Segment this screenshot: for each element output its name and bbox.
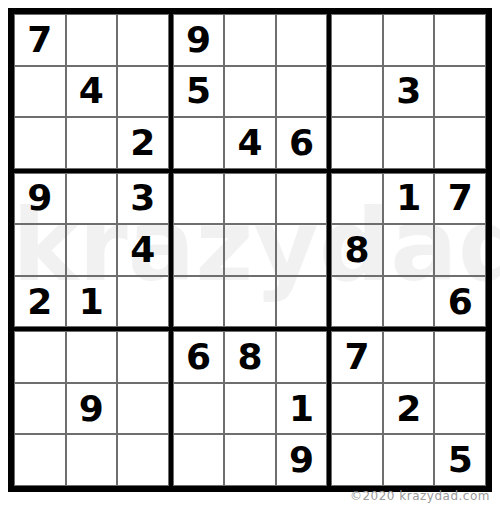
cell-r8c5[interactable]: [224, 383, 276, 435]
box-9: 725: [329, 329, 488, 488]
cell-r7c6[interactable]: [276, 331, 328, 383]
cell-r5c9[interactable]: [434, 224, 486, 276]
cell-r1c9[interactable]: [434, 14, 486, 66]
cell-r5c4[interactable]: [173, 224, 225, 276]
cell-r2c5[interactable]: [224, 66, 276, 118]
cell-r5c5[interactable]: [224, 224, 276, 276]
cell-r1c3[interactable]: [117, 14, 169, 66]
cell-r5c6[interactable]: [276, 224, 328, 276]
cell-r2c2[interactable]: 4: [66, 66, 118, 118]
cell-r3c2[interactable]: [66, 117, 118, 169]
box-5: [171, 171, 330, 330]
cell-r8c7[interactable]: [331, 383, 383, 435]
cell-r7c3[interactable]: [117, 331, 169, 383]
cell-r8c2[interactable]: 9: [66, 383, 118, 435]
cell-r6c7[interactable]: [331, 276, 383, 328]
cell-r4c8[interactable]: 1: [383, 173, 435, 225]
cell-r9c2[interactable]: [66, 434, 118, 486]
sudoku-board: krazydad 7429546393421178696819725: [8, 8, 492, 492]
cell-r5c1[interactable]: [14, 224, 66, 276]
cell-r4c5[interactable]: [224, 173, 276, 225]
cell-r9c7[interactable]: [331, 434, 383, 486]
cell-r3c1[interactable]: [14, 117, 66, 169]
cell-r4c9[interactable]: 7: [434, 173, 486, 225]
cell-r3c7[interactable]: [331, 117, 383, 169]
cell-r3c9[interactable]: [434, 117, 486, 169]
cell-r8c9[interactable]: [434, 383, 486, 435]
cell-r9c8[interactable]: [383, 434, 435, 486]
cell-r1c8[interactable]: [383, 14, 435, 66]
cell-r2c6[interactable]: [276, 66, 328, 118]
cell-r4c3[interactable]: 3: [117, 173, 169, 225]
cell-r4c2[interactable]: [66, 173, 118, 225]
cell-r6c8[interactable]: [383, 276, 435, 328]
cell-r9c9[interactable]: 5: [434, 434, 486, 486]
cell-r3c4[interactable]: [173, 117, 225, 169]
cell-r8c1[interactable]: [14, 383, 66, 435]
cell-r2c4[interactable]: 5: [173, 66, 225, 118]
cell-r6c5[interactable]: [224, 276, 276, 328]
cell-r7c8[interactable]: [383, 331, 435, 383]
cell-r9c4[interactable]: [173, 434, 225, 486]
cell-r7c1[interactable]: [14, 331, 66, 383]
cell-r8c6[interactable]: 1: [276, 383, 328, 435]
cell-r7c7[interactable]: 7: [331, 331, 383, 383]
cell-r4c1[interactable]: 9: [14, 173, 66, 225]
cell-r8c4[interactable]: [173, 383, 225, 435]
cell-r3c6[interactable]: 6: [276, 117, 328, 169]
cell-r5c7[interactable]: 8: [331, 224, 383, 276]
box-4: 93421: [12, 171, 171, 330]
cell-r6c3[interactable]: [117, 276, 169, 328]
cell-r7c9[interactable]: [434, 331, 486, 383]
cell-r3c3[interactable]: 2: [117, 117, 169, 169]
cell-r7c5[interactable]: 8: [224, 331, 276, 383]
cell-r1c4[interactable]: 9: [173, 14, 225, 66]
cell-r6c1[interactable]: 2: [14, 276, 66, 328]
cell-r4c6[interactable]: [276, 173, 328, 225]
cell-r6c9[interactable]: 6: [434, 276, 486, 328]
cell-r2c1[interactable]: [14, 66, 66, 118]
box-2: 9546: [171, 12, 330, 171]
cell-r6c4[interactable]: [173, 276, 225, 328]
box-6: 1786: [329, 171, 488, 330]
cell-r5c2[interactable]: [66, 224, 118, 276]
cell-r1c1[interactable]: 7: [14, 14, 66, 66]
cell-r5c8[interactable]: [383, 224, 435, 276]
cell-r2c8[interactable]: 3: [383, 66, 435, 118]
copyright-text: ©2020 krazydad.com: [350, 489, 490, 503]
box-7: 9: [12, 329, 171, 488]
cell-r3c8[interactable]: [383, 117, 435, 169]
cell-r2c9[interactable]: [434, 66, 486, 118]
cell-r7c2[interactable]: [66, 331, 118, 383]
cell-r1c5[interactable]: [224, 14, 276, 66]
box-1: 742: [12, 12, 171, 171]
cell-r5c3[interactable]: 4: [117, 224, 169, 276]
box-3: 3: [329, 12, 488, 171]
cell-r8c8[interactable]: 2: [383, 383, 435, 435]
cell-r1c2[interactable]: [66, 14, 118, 66]
cell-r6c6[interactable]: [276, 276, 328, 328]
cell-r3c5[interactable]: 4: [224, 117, 276, 169]
cell-r4c4[interactable]: [173, 173, 225, 225]
cell-r9c1[interactable]: [14, 434, 66, 486]
cell-r8c3[interactable]: [117, 383, 169, 435]
cell-r2c3[interactable]: [117, 66, 169, 118]
cell-r7c4[interactable]: 6: [173, 331, 225, 383]
cell-r9c5[interactable]: [224, 434, 276, 486]
cell-r9c6[interactable]: 9: [276, 434, 328, 486]
cell-r9c3[interactable]: [117, 434, 169, 486]
cell-r1c7[interactable]: [331, 14, 383, 66]
cell-r2c7[interactable]: [331, 66, 383, 118]
cell-r1c6[interactable]: [276, 14, 328, 66]
box-8: 6819: [171, 329, 330, 488]
cell-r4c7[interactable]: [331, 173, 383, 225]
cell-r6c2[interactable]: 1: [66, 276, 118, 328]
